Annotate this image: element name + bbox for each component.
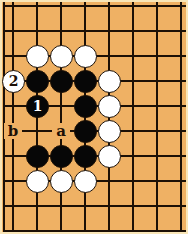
grid-line-v — [12, 2, 14, 232]
grid-line-h — [3, 30, 186, 32]
black-stone — [26, 70, 49, 93]
white-stone — [50, 45, 73, 68]
board-edge-line — [3, 2, 5, 232]
black-stone — [74, 145, 97, 168]
black-stone — [74, 95, 97, 118]
white-stone — [98, 120, 121, 143]
point-label-text: a — [56, 124, 66, 138]
grid-line-h — [3, 205, 186, 207]
grid-line-h — [3, 230, 186, 232]
white-stone — [98, 145, 121, 168]
point-label-text: b — [8, 124, 19, 138]
point-label-a: a — [52, 123, 70, 139]
grid-line-v — [180, 2, 182, 232]
grid-line-v — [60, 2, 62, 232]
white-stone — [98, 70, 121, 93]
white-stone: 2 — [2, 70, 25, 93]
white-stone — [26, 170, 49, 193]
white-stone — [26, 45, 49, 68]
black-stone — [74, 70, 97, 93]
grid-line-h — [3, 5, 186, 7]
move-number-label: 2 — [9, 70, 19, 93]
move-number-label: 1 — [33, 95, 43, 118]
go-diagram: ab21 — [0, 0, 188, 234]
white-stone — [74, 170, 97, 193]
black-stone — [74, 120, 97, 143]
black-stone — [26, 145, 49, 168]
black-stone — [50, 70, 73, 93]
grid-line-v — [132, 2, 134, 232]
grid-line-v — [156, 2, 158, 232]
black-stone — [50, 145, 73, 168]
white-stone — [50, 170, 73, 193]
black-stone: 1 — [26, 95, 49, 118]
go-board: ab21 — [2, 2, 186, 232]
white-stone — [74, 45, 97, 68]
white-stone — [98, 95, 121, 118]
point-label-b: b — [4, 123, 22, 139]
